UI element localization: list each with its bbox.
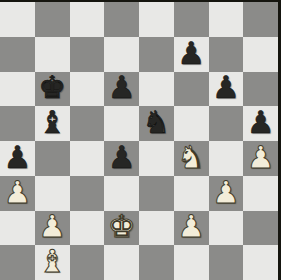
white-pawn-piece: ♟ <box>38 211 66 242</box>
square-h2[interactable] <box>243 211 278 246</box>
square-f8[interactable] <box>174 2 209 37</box>
square-f6[interactable] <box>174 72 209 107</box>
square-a5[interactable] <box>0 106 35 141</box>
black-pawn-piece: ♟ <box>247 107 275 138</box>
black-pawn-piece: ♟ <box>177 38 205 69</box>
white-pawn-piece: ♟ <box>177 211 205 242</box>
square-b6[interactable]: ♚ <box>35 72 70 107</box>
square-c4[interactable] <box>70 141 105 176</box>
chess-diagram: ♟♚♟♟♝♞♟♟♟♞♟♟♟♟♚♟♝ <box>0 0 281 280</box>
square-g1[interactable] <box>209 245 244 280</box>
square-d2[interactable]: ♚ <box>104 211 139 246</box>
black-king-piece: ♚ <box>38 72 66 103</box>
square-d7[interactable] <box>104 37 139 72</box>
black-knight-piece: ♞ <box>142 107 170 138</box>
black-bishop-piece: ♝ <box>38 107 66 138</box>
square-g3[interactable]: ♟ <box>209 176 244 211</box>
square-c1[interactable] <box>70 245 105 280</box>
white-pawn-piece: ♟ <box>212 177 240 208</box>
square-d3[interactable] <box>104 176 139 211</box>
square-f5[interactable] <box>174 106 209 141</box>
square-d8[interactable] <box>104 2 139 37</box>
square-e2[interactable] <box>139 211 174 246</box>
square-a6[interactable] <box>0 72 35 107</box>
square-c5[interactable] <box>70 106 105 141</box>
white-pawn-piece: ♟ <box>247 142 275 173</box>
black-pawn-piece: ♟ <box>108 142 136 173</box>
chess-board: ♟♚♟♟♝♞♟♟♟♞♟♟♟♟♚♟♝ <box>0 0 281 280</box>
square-h4[interactable]: ♟ <box>243 141 278 176</box>
black-pawn-piece: ♟ <box>3 142 31 173</box>
square-e4[interactable] <box>139 141 174 176</box>
square-g5[interactable] <box>209 106 244 141</box>
square-e7[interactable] <box>139 37 174 72</box>
square-c7[interactable] <box>70 37 105 72</box>
square-a4[interactable]: ♟ <box>0 141 35 176</box>
square-h5[interactable]: ♟ <box>243 106 278 141</box>
square-f7[interactable]: ♟ <box>174 37 209 72</box>
square-b1[interactable]: ♝ <box>35 245 70 280</box>
square-e3[interactable] <box>139 176 174 211</box>
square-c2[interactable] <box>70 211 105 246</box>
white-bishop-piece: ♝ <box>38 246 66 277</box>
square-f3[interactable] <box>174 176 209 211</box>
square-a7[interactable] <box>0 37 35 72</box>
white-knight-piece: ♞ <box>177 142 205 173</box>
square-h7[interactable] <box>243 37 278 72</box>
square-h6[interactable] <box>243 72 278 107</box>
square-b7[interactable] <box>35 37 70 72</box>
square-a1[interactable] <box>0 245 35 280</box>
square-e6[interactable] <box>139 72 174 107</box>
square-d6[interactable]: ♟ <box>104 72 139 107</box>
square-f2[interactable]: ♟ <box>174 211 209 246</box>
square-g2[interactable] <box>209 211 244 246</box>
square-d4[interactable]: ♟ <box>104 141 139 176</box>
square-a3[interactable]: ♟ <box>0 176 35 211</box>
square-h3[interactable] <box>243 176 278 211</box>
square-f4[interactable]: ♞ <box>174 141 209 176</box>
square-a2[interactable] <box>0 211 35 246</box>
square-g6[interactable]: ♟ <box>209 72 244 107</box>
square-f1[interactable] <box>174 245 209 280</box>
square-c6[interactable] <box>70 72 105 107</box>
square-c8[interactable] <box>70 2 105 37</box>
square-g7[interactable] <box>209 37 244 72</box>
black-pawn-piece: ♟ <box>108 72 136 103</box>
square-b4[interactable] <box>35 141 70 176</box>
square-d1[interactable] <box>104 245 139 280</box>
square-b3[interactable] <box>35 176 70 211</box>
square-e8[interactable] <box>139 2 174 37</box>
square-d5[interactable] <box>104 106 139 141</box>
square-b2[interactable]: ♟ <box>35 211 70 246</box>
square-g8[interactable] <box>209 2 244 37</box>
square-e1[interactable] <box>139 245 174 280</box>
white-king-piece: ♚ <box>108 211 136 242</box>
square-b8[interactable] <box>35 2 70 37</box>
square-e5[interactable]: ♞ <box>139 106 174 141</box>
black-pawn-piece: ♟ <box>212 72 240 103</box>
white-pawn-piece: ♟ <box>3 177 31 208</box>
square-b5[interactable]: ♝ <box>35 106 70 141</box>
square-g4[interactable] <box>209 141 244 176</box>
square-h1[interactable] <box>243 245 278 280</box>
square-h8[interactable] <box>243 2 278 37</box>
square-a8[interactable] <box>0 2 35 37</box>
square-c3[interactable] <box>70 176 105 211</box>
